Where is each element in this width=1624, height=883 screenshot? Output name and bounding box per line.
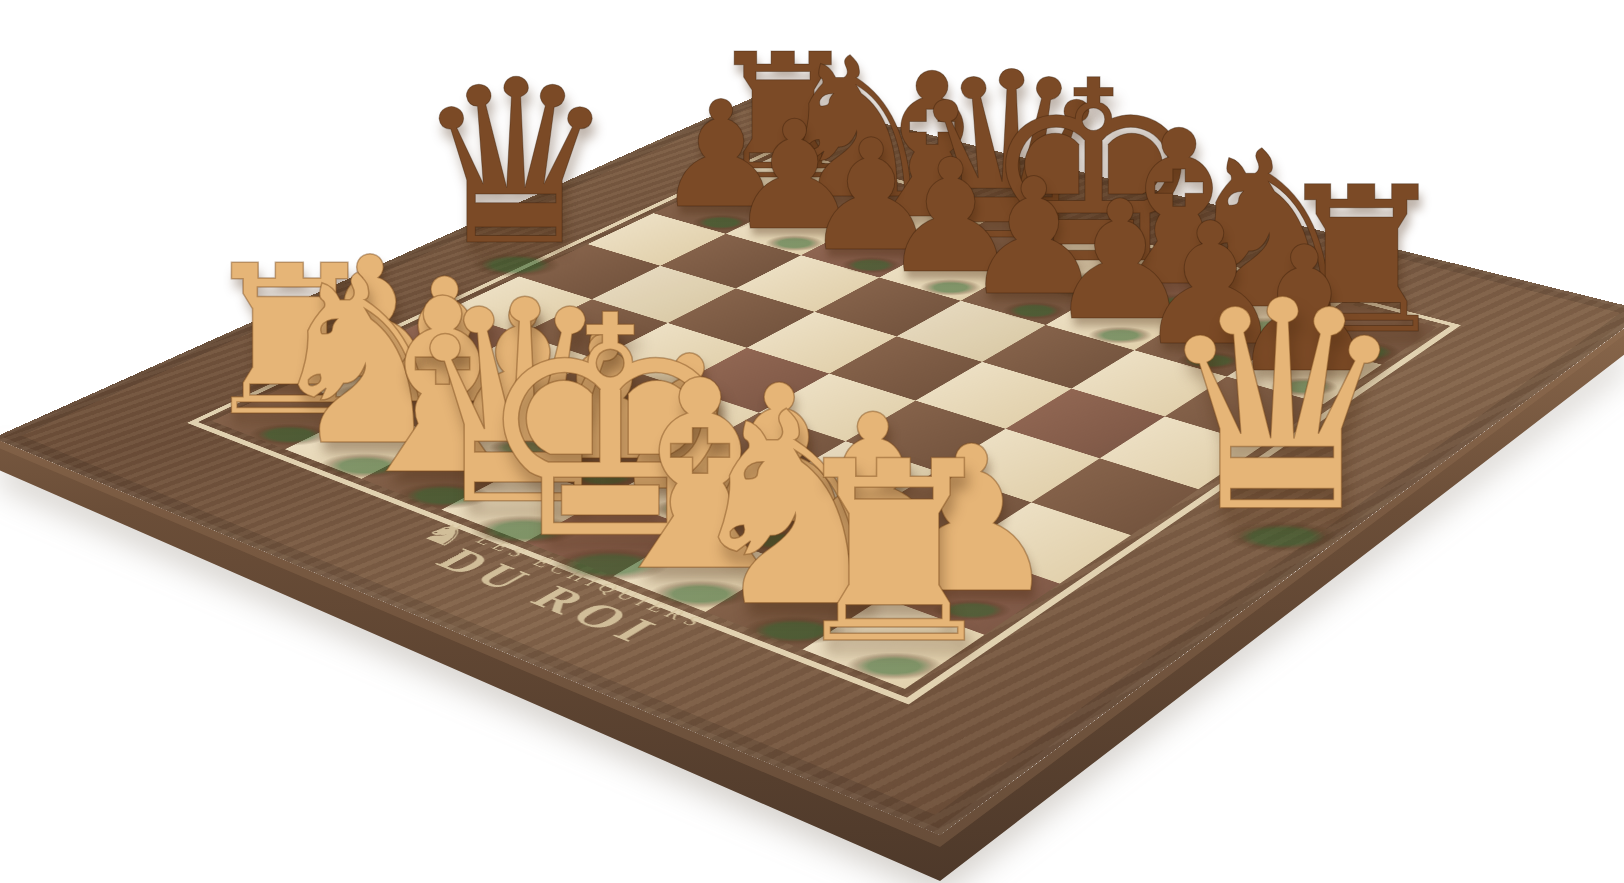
spare-light-queen[interactable]: ♛ xyxy=(1152,270,1412,545)
queen-glyph: ♛ xyxy=(1152,270,1412,545)
chess-set-photo: ♞ LES ÉCHIQUIERS DU ROI ♜♞♝♛♚♝♞♜♟♟♟♟♟♟♟♟… xyxy=(0,0,1624,883)
piece-light-rook[interactable]: ♜ xyxy=(782,436,1006,674)
pieces-layer: ♜♞♝♛♚♝♞♜♟♟♟♟♟♟♟♟♟♟♟♟♟♟♟♟♜♞♝♛♚♝♞♜♛♛ xyxy=(0,0,1624,883)
rook-glyph: ♜ xyxy=(782,436,1006,674)
